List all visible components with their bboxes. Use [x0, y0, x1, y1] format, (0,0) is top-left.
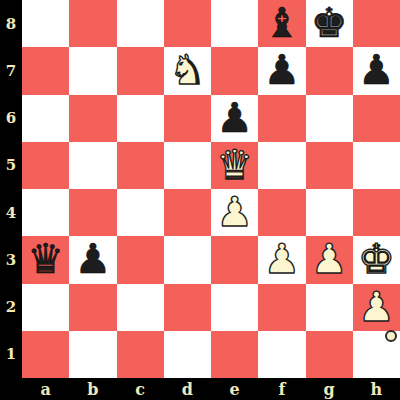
square-b7[interactable] — [69, 47, 116, 94]
file-labels: abcdefgh — [22, 378, 400, 400]
white-queen[interactable]: ♛ — [211, 142, 258, 189]
square-f5[interactable] — [258, 142, 305, 189]
square-b6[interactable] — [69, 95, 116, 142]
square-b1[interactable] — [69, 331, 116, 378]
black-pawn[interactable]: ♟ — [258, 47, 305, 94]
square-h8[interactable] — [353, 0, 400, 47]
square-a3[interactable]: ♛ — [22, 236, 69, 283]
square-g4[interactable] — [306, 189, 353, 236]
square-e5[interactable]: ♛ — [211, 142, 258, 189]
white-pawn[interactable]: ♟ — [353, 284, 400, 331]
square-h6[interactable] — [353, 95, 400, 142]
square-a7[interactable] — [22, 47, 69, 94]
white-knight[interactable]: ♞ — [164, 47, 211, 94]
square-g1[interactable] — [306, 331, 353, 378]
square-a1[interactable] — [22, 331, 69, 378]
rank-label-8: 8 — [0, 0, 22, 47]
square-f6[interactable] — [258, 95, 305, 142]
square-b5[interactable] — [69, 142, 116, 189]
square-a2[interactable] — [22, 284, 69, 331]
square-f4[interactable] — [258, 189, 305, 236]
square-e8[interactable] — [211, 0, 258, 47]
square-a6[interactable] — [22, 95, 69, 142]
file-label-a: a — [22, 378, 69, 400]
square-d6[interactable] — [164, 95, 211, 142]
rank-label-2: 2 — [0, 284, 22, 331]
square-f3[interactable]: ♟ — [258, 236, 305, 283]
square-c4[interactable] — [117, 189, 164, 236]
white-pawn[interactable]: ♟ — [211, 189, 258, 236]
square-e2[interactable] — [211, 284, 258, 331]
square-f7[interactable]: ♟ — [258, 47, 305, 94]
square-e4[interactable]: ♟ — [211, 189, 258, 236]
square-c1[interactable] — [117, 331, 164, 378]
chess-board: ♝♚♞♟♟♟♛♟♛♟♟♟♚♟ — [22, 0, 400, 378]
square-d4[interactable] — [164, 189, 211, 236]
square-a5[interactable] — [22, 142, 69, 189]
rank-label-6: 6 — [0, 95, 22, 142]
file-label-d: d — [164, 378, 211, 400]
black-pawn[interactable]: ♟ — [69, 236, 116, 283]
square-d7[interactable]: ♞ — [164, 47, 211, 94]
square-h2[interactable]: ♟ — [353, 284, 400, 331]
square-h5[interactable] — [353, 142, 400, 189]
square-b3[interactable]: ♟ — [69, 236, 116, 283]
rank-label-7: 7 — [0, 47, 22, 94]
square-g5[interactable] — [306, 142, 353, 189]
square-h3[interactable]: ♚ — [353, 236, 400, 283]
file-label-g: g — [306, 378, 353, 400]
chess-puzzle-diagram: 87654321 ♝♚♞♟♟♟♛♟♛♟♟♟♚♟ abcdefgh — [0, 0, 400, 400]
black-king[interactable]: ♚ — [306, 0, 353, 47]
square-e7[interactable] — [211, 47, 258, 94]
black-queen[interactable]: ♛ — [22, 236, 69, 283]
square-e3[interactable] — [211, 236, 258, 283]
square-c3[interactable] — [117, 236, 164, 283]
file-label-c: c — [117, 378, 164, 400]
square-d3[interactable] — [164, 236, 211, 283]
white-pawn[interactable]: ♟ — [258, 236, 305, 283]
white-pawn[interactable]: ♟ — [306, 236, 353, 283]
square-f2[interactable] — [258, 284, 305, 331]
square-e6[interactable]: ♟ — [211, 95, 258, 142]
square-a4[interactable] — [22, 189, 69, 236]
rank-label-4: 4 — [0, 189, 22, 236]
square-f1[interactable] — [258, 331, 305, 378]
rank-label-3: 3 — [0, 236, 22, 283]
file-label-b: b — [69, 378, 116, 400]
square-g8[interactable]: ♚ — [306, 0, 353, 47]
file-label-f: f — [258, 378, 305, 400]
square-a8[interactable] — [22, 0, 69, 47]
square-d5[interactable] — [164, 142, 211, 189]
square-h7[interactable]: ♟ — [353, 47, 400, 94]
square-g6[interactable] — [306, 95, 353, 142]
square-b2[interactable] — [69, 284, 116, 331]
square-f8[interactable]: ♝ — [258, 0, 305, 47]
white-to-move-indicator — [385, 330, 397, 342]
square-d2[interactable] — [164, 284, 211, 331]
file-label-h: h — [353, 378, 400, 400]
black-pawn[interactable]: ♟ — [353, 47, 400, 94]
rank-labels: 87654321 — [0, 0, 22, 378]
square-b8[interactable] — [69, 0, 116, 47]
square-c6[interactable] — [117, 95, 164, 142]
square-c8[interactable] — [117, 0, 164, 47]
rank-label-5: 5 — [0, 142, 22, 189]
square-d1[interactable] — [164, 331, 211, 378]
square-d8[interactable] — [164, 0, 211, 47]
square-b4[interactable] — [69, 189, 116, 236]
white-king[interactable]: ♚ — [353, 236, 400, 283]
square-g2[interactable] — [306, 284, 353, 331]
square-c5[interactable] — [117, 142, 164, 189]
file-label-e: e — [211, 378, 258, 400]
square-g7[interactable] — [306, 47, 353, 94]
square-c7[interactable] — [117, 47, 164, 94]
black-bishop[interactable]: ♝ — [258, 0, 305, 47]
square-h4[interactable] — [353, 189, 400, 236]
square-g3[interactable]: ♟ — [306, 236, 353, 283]
black-pawn[interactable]: ♟ — [211, 95, 258, 142]
square-e1[interactable] — [211, 331, 258, 378]
rank-label-1: 1 — [0, 331, 22, 378]
square-c2[interactable] — [117, 284, 164, 331]
